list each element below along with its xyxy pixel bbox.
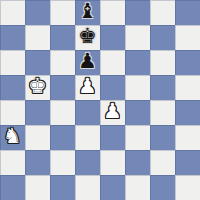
square-c8[interactable] bbox=[50, 0, 75, 25]
square-b1[interactable] bbox=[25, 175, 50, 200]
square-f3[interactable] bbox=[125, 125, 150, 150]
square-d3[interactable] bbox=[75, 125, 100, 150]
square-a7[interactable] bbox=[0, 25, 25, 50]
square-a3[interactable]: ♞ bbox=[0, 125, 25, 150]
square-e2[interactable] bbox=[100, 150, 125, 175]
square-g3[interactable] bbox=[150, 125, 175, 150]
square-h4[interactable] bbox=[175, 100, 200, 125]
square-c5[interactable] bbox=[50, 75, 75, 100]
square-c6[interactable] bbox=[50, 50, 75, 75]
square-e4[interactable]: ♟ bbox=[100, 100, 125, 125]
square-e8[interactable] bbox=[100, 0, 125, 25]
square-a5[interactable] bbox=[0, 75, 25, 100]
square-b2[interactable] bbox=[25, 150, 50, 175]
square-d1[interactable] bbox=[75, 175, 100, 200]
square-e3[interactable] bbox=[100, 125, 125, 150]
square-a1[interactable] bbox=[0, 175, 25, 200]
square-b4[interactable] bbox=[25, 100, 50, 125]
piece-black-bishop[interactable]: ♝ bbox=[78, 0, 97, 24]
square-b7[interactable] bbox=[25, 25, 50, 50]
piece-white-king[interactable]: ♚ bbox=[28, 74, 47, 99]
square-e7[interactable] bbox=[100, 25, 125, 50]
chess-board: ♝♚♟♚♟♟♞ bbox=[0, 0, 200, 200]
square-e5[interactable] bbox=[100, 75, 125, 100]
piece-white-pawn[interactable]: ♟ bbox=[78, 74, 97, 99]
square-f6[interactable] bbox=[125, 50, 150, 75]
square-b8[interactable] bbox=[25, 0, 50, 25]
square-f2[interactable] bbox=[125, 150, 150, 175]
square-g6[interactable] bbox=[150, 50, 175, 75]
square-h1[interactable] bbox=[175, 175, 200, 200]
square-f7[interactable] bbox=[125, 25, 150, 50]
square-d8[interactable]: ♝ bbox=[75, 0, 100, 25]
square-c1[interactable] bbox=[50, 175, 75, 200]
piece-white-pawn[interactable]: ♟ bbox=[103, 99, 122, 124]
square-h5[interactable] bbox=[175, 75, 200, 100]
square-c3[interactable] bbox=[50, 125, 75, 150]
square-h6[interactable] bbox=[175, 50, 200, 75]
square-a6[interactable] bbox=[0, 50, 25, 75]
square-f8[interactable] bbox=[125, 0, 150, 25]
piece-black-king[interactable]: ♚ bbox=[78, 24, 97, 49]
square-f5[interactable] bbox=[125, 75, 150, 100]
square-e6[interactable] bbox=[100, 50, 125, 75]
square-b6[interactable] bbox=[25, 50, 50, 75]
piece-black-pawn[interactable]: ♟ bbox=[78, 49, 97, 74]
piece-white-knight[interactable]: ♞ bbox=[3, 124, 22, 149]
square-b3[interactable] bbox=[25, 125, 50, 150]
square-a2[interactable] bbox=[0, 150, 25, 175]
square-g4[interactable] bbox=[150, 100, 175, 125]
square-a4[interactable] bbox=[0, 100, 25, 125]
square-c2[interactable] bbox=[50, 150, 75, 175]
square-d4[interactable] bbox=[75, 100, 100, 125]
square-e1[interactable] bbox=[100, 175, 125, 200]
square-c4[interactable] bbox=[50, 100, 75, 125]
square-g1[interactable] bbox=[150, 175, 175, 200]
square-h8[interactable] bbox=[175, 0, 200, 25]
square-g2[interactable] bbox=[150, 150, 175, 175]
square-g7[interactable] bbox=[150, 25, 175, 50]
square-h7[interactable] bbox=[175, 25, 200, 50]
square-f1[interactable] bbox=[125, 175, 150, 200]
square-h3[interactable] bbox=[175, 125, 200, 150]
square-g5[interactable] bbox=[150, 75, 175, 100]
square-f4[interactable] bbox=[125, 100, 150, 125]
square-d2[interactable] bbox=[75, 150, 100, 175]
square-d6[interactable]: ♟ bbox=[75, 50, 100, 75]
square-d7[interactable]: ♚ bbox=[75, 25, 100, 50]
square-d5[interactable]: ♟ bbox=[75, 75, 100, 100]
square-c7[interactable] bbox=[50, 25, 75, 50]
square-g8[interactable] bbox=[150, 0, 175, 25]
square-b5[interactable]: ♚ bbox=[25, 75, 50, 100]
square-a8[interactable] bbox=[0, 0, 25, 25]
square-h2[interactable] bbox=[175, 150, 200, 175]
